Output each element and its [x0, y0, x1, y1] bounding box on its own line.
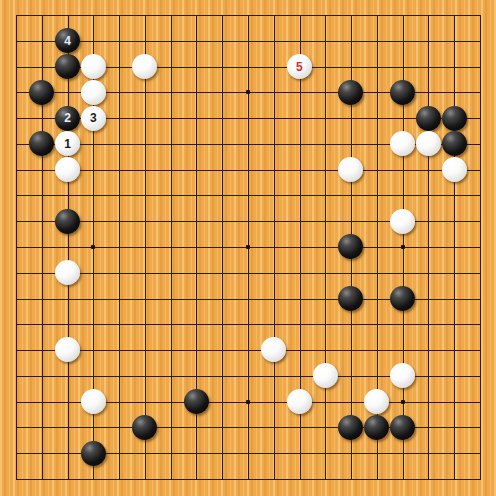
go-stone-black: 2: [55, 106, 80, 131]
go-stone-black: [81, 441, 106, 466]
go-stone-black: [55, 209, 80, 234]
go-stone-white: [442, 157, 467, 182]
go-stone-black: [184, 389, 209, 414]
move-number-label: 3: [90, 112, 97, 124]
go-stone-white: [55, 337, 80, 362]
go-stone-black: [132, 415, 157, 440]
go-stone-white: [390, 209, 415, 234]
go-stone-black: [338, 80, 363, 105]
go-stone-black: [390, 80, 415, 105]
go-stone-black: [338, 286, 363, 311]
go-stone-black: 4: [55, 28, 80, 53]
go-stone-white: 1: [55, 131, 80, 156]
go-stone-black: [416, 106, 441, 131]
go-stone-white: [55, 260, 80, 285]
go-stone-white: [338, 157, 363, 182]
go-stone-black: [390, 286, 415, 311]
go-stone-white: [81, 389, 106, 414]
move-number-label: 5: [296, 61, 303, 73]
go-stone-black: [390, 415, 415, 440]
go-stone-black: [364, 415, 389, 440]
go-stone-white: [132, 54, 157, 79]
go-stone-black: [29, 80, 54, 105]
go-stone-white: [55, 157, 80, 182]
go-stone-black: [338, 234, 363, 259]
go-stone-white: [390, 363, 415, 388]
go-stone-white: 3: [81, 106, 106, 131]
go-stone-white: [81, 54, 106, 79]
go-stone-black: [29, 131, 54, 156]
go-board-window: 45231: [0, 0, 496, 496]
go-stone-white: [364, 389, 389, 414]
go-stone-white: [390, 131, 415, 156]
go-stone-white: [313, 363, 338, 388]
go-stone-white: [261, 337, 286, 362]
go-stone-white: [287, 389, 312, 414]
go-stone-black: [442, 131, 467, 156]
go-stone-black: [442, 106, 467, 131]
move-number-label: 2: [64, 112, 71, 124]
go-stone-white: [416, 131, 441, 156]
go-stone-white: [81, 80, 106, 105]
move-number-label: 1: [64, 138, 71, 150]
go-board[interactable]: 45231: [0, 0, 496, 496]
stones-grid: 45231: [3, 2, 493, 492]
go-stone-black: [55, 54, 80, 79]
move-number-label: 4: [64, 35, 71, 47]
go-stone-white: 5: [287, 54, 312, 79]
go-stone-black: [338, 415, 363, 440]
